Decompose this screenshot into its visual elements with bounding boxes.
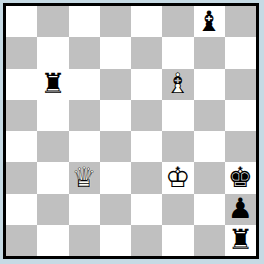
square-c7[interactable] xyxy=(69,37,100,68)
square-h4[interactable] xyxy=(225,131,256,162)
white-piece-fill: ♚ xyxy=(162,162,193,193)
square-a6[interactable] xyxy=(6,69,37,100)
black-rook-piece: ♜ xyxy=(37,69,68,100)
square-e7[interactable] xyxy=(131,37,162,68)
square-a5[interactable] xyxy=(6,100,37,131)
square-g5[interactable] xyxy=(194,100,225,131)
square-b2[interactable] xyxy=(37,194,68,225)
square-c3[interactable]: ♛♕ xyxy=(69,162,100,193)
square-g8[interactable]: ♝ xyxy=(194,6,225,37)
square-e1[interactable] xyxy=(131,225,162,256)
square-f7[interactable] xyxy=(162,37,193,68)
black-piece-glyph: ♜ xyxy=(225,225,256,256)
white-king-piece: ♚♔ xyxy=(162,162,193,193)
square-a1[interactable] xyxy=(6,225,37,256)
square-h3[interactable]: ♚ xyxy=(225,162,256,193)
square-g7[interactable] xyxy=(194,37,225,68)
square-a3[interactable] xyxy=(6,162,37,193)
black-king-piece: ♚ xyxy=(225,162,256,193)
black-piece-glyph: ♜ xyxy=(37,69,68,100)
black-rook-piece: ♜ xyxy=(225,225,256,256)
square-b8[interactable] xyxy=(37,6,68,37)
square-d6[interactable] xyxy=(100,69,131,100)
board-frame: ♝♜♝♗♛♕♚♔♚♟♜ xyxy=(3,3,259,259)
square-f3[interactable]: ♚♔ xyxy=(162,162,193,193)
square-b3[interactable] xyxy=(37,162,68,193)
square-f5[interactable] xyxy=(162,100,193,131)
square-b6[interactable]: ♜ xyxy=(37,69,68,100)
white-bishop-piece: ♝♗ xyxy=(162,69,193,100)
square-e8[interactable] xyxy=(131,6,162,37)
square-h8[interactable] xyxy=(225,6,256,37)
square-h2[interactable]: ♟ xyxy=(225,194,256,225)
square-b4[interactable] xyxy=(37,131,68,162)
square-d1[interactable] xyxy=(100,225,131,256)
square-e5[interactable] xyxy=(131,100,162,131)
square-h5[interactable] xyxy=(225,100,256,131)
chess-board: ♝♜♝♗♛♕♚♔♚♟♜ xyxy=(6,6,256,256)
square-a8[interactable] xyxy=(6,6,37,37)
square-a7[interactable] xyxy=(6,37,37,68)
square-b1[interactable] xyxy=(37,225,68,256)
square-f6[interactable]: ♝♗ xyxy=(162,69,193,100)
square-f1[interactable] xyxy=(162,225,193,256)
square-h1[interactable]: ♜ xyxy=(225,225,256,256)
square-e3[interactable] xyxy=(131,162,162,193)
square-f8[interactable] xyxy=(162,6,193,37)
square-d5[interactable] xyxy=(100,100,131,131)
white-piece-outline: ♕ xyxy=(69,162,100,193)
square-e4[interactable] xyxy=(131,131,162,162)
white-piece-outline: ♗ xyxy=(162,69,193,100)
square-f2[interactable] xyxy=(162,194,193,225)
square-h6[interactable] xyxy=(225,69,256,100)
square-d2[interactable] xyxy=(100,194,131,225)
black-piece-glyph: ♟ xyxy=(225,194,256,225)
square-d7[interactable] xyxy=(100,37,131,68)
square-g6[interactable] xyxy=(194,69,225,100)
square-g4[interactable] xyxy=(194,131,225,162)
square-c1[interactable] xyxy=(69,225,100,256)
square-c2[interactable] xyxy=(69,194,100,225)
black-pawn-piece: ♟ xyxy=(225,194,256,225)
square-h7[interactable] xyxy=(225,37,256,68)
white-queen-piece: ♛♕ xyxy=(69,162,100,193)
square-b5[interactable] xyxy=(37,100,68,131)
chess-diagram: ♝♜♝♗♛♕♚♔♚♟♜ xyxy=(0,0,264,264)
square-g3[interactable] xyxy=(194,162,225,193)
square-b7[interactable] xyxy=(37,37,68,68)
white-piece-fill: ♛ xyxy=(69,162,100,193)
white-piece-outline: ♔ xyxy=(162,162,193,193)
white-piece-fill: ♝ xyxy=(162,69,193,100)
square-c5[interactable] xyxy=(69,100,100,131)
square-f4[interactable] xyxy=(162,131,193,162)
square-c8[interactable] xyxy=(69,6,100,37)
square-d3[interactable] xyxy=(100,162,131,193)
square-e6[interactable] xyxy=(131,69,162,100)
square-c6[interactable] xyxy=(69,69,100,100)
square-a4[interactable] xyxy=(6,131,37,162)
square-a2[interactable] xyxy=(6,194,37,225)
square-d8[interactable] xyxy=(100,6,131,37)
black-piece-glyph: ♝ xyxy=(194,6,225,37)
square-d4[interactable] xyxy=(100,131,131,162)
black-bishop-piece: ♝ xyxy=(194,6,225,37)
square-g1[interactable] xyxy=(194,225,225,256)
square-g2[interactable] xyxy=(194,194,225,225)
square-e2[interactable] xyxy=(131,194,162,225)
black-piece-glyph: ♚ xyxy=(225,162,256,193)
square-c4[interactable] xyxy=(69,131,100,162)
